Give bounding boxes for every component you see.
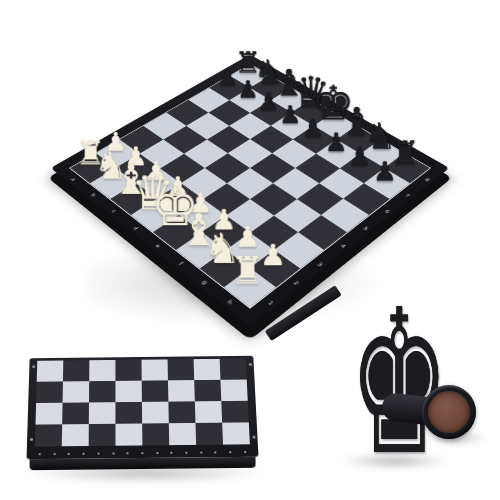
- rank-label: 7: [404, 193, 411, 198]
- folded-grid: [35, 359, 250, 447]
- edge-mark: [127, 452, 129, 454]
- rank-label: 1: [267, 300, 275, 306]
- folded-square: [220, 380, 247, 402]
- folded-square: [37, 361, 64, 382]
- rank-label: 3: [316, 261, 324, 267]
- folded-square: [141, 359, 167, 380]
- folded-square: [35, 403, 62, 425]
- edge-mark: [200, 451, 202, 453]
- folded-square: [89, 424, 116, 446]
- piece-detail: ♚: [330, 285, 495, 485]
- edge-mark: [171, 451, 173, 453]
- folded-square: [222, 422, 250, 444]
- edge-mark: [39, 453, 41, 455]
- folded-square: [142, 402, 169, 424]
- folded-square: [168, 359, 195, 380]
- folded-square: [142, 380, 169, 402]
- folded-square: [115, 423, 142, 445]
- file-label: a: [70, 177, 77, 182]
- file-label: h: [226, 299, 234, 305]
- file-label: d: [132, 225, 140, 230]
- file-label: c: [111, 209, 118, 214]
- rank-label: 4: [339, 243, 346, 249]
- rank-label: 2: [292, 280, 300, 286]
- rank-label: 5: [362, 226, 369, 231]
- folded-square: [195, 423, 223, 445]
- folded-square: [168, 401, 195, 423]
- folded-square: [63, 381, 90, 403]
- folded-square: [63, 360, 89, 381]
- rank-label: 8: [424, 177, 431, 182]
- folded-square: [195, 401, 222, 423]
- folded-square: [142, 423, 169, 445]
- file-label: e: [154, 243, 162, 248]
- folded-square: [89, 381, 115, 403]
- edge-mark: [112, 452, 114, 454]
- folded-board-top: [27, 356, 259, 459]
- edge-mark: [68, 452, 70, 454]
- folded-square: [89, 402, 116, 424]
- folded-square: [62, 424, 89, 446]
- rank-label: 6: [383, 209, 390, 214]
- folded-square: [221, 401, 249, 423]
- folded-square: [115, 381, 141, 403]
- folded-edge-marks: [39, 451, 247, 455]
- edge-mark: [185, 451, 187, 453]
- edge-mark: [83, 452, 85, 454]
- edge-mark: [156, 452, 158, 454]
- folded-square: [35, 424, 62, 446]
- edge-mark: [97, 452, 99, 454]
- edge-mark: [53, 453, 55, 455]
- folded-square: [194, 380, 221, 402]
- folded-square: [169, 423, 196, 445]
- black-king-piece: ♚: [349, 297, 433, 469]
- edge-mark: [215, 451, 217, 453]
- folded-square: [115, 402, 142, 424]
- folded-square: [115, 360, 141, 381]
- folded-square: [89, 360, 115, 381]
- folded-square: [62, 402, 89, 424]
- piece-white-rook: ♜: [218, 251, 278, 289]
- file-label: g: [201, 279, 209, 285]
- product-photo: ♜♞♝♛♚♝♞♜♟♟♟♟♟♟♟♟♟♟♟♟♟♟♟♟♜♞♝♛♚♝♞♜ abcdefg…: [0, 0, 500, 500]
- folded-square: [36, 381, 63, 403]
- file-label: b: [90, 193, 97, 198]
- folded-square: [168, 380, 195, 402]
- file-label: f: [178, 261, 185, 266]
- folded-board-shadow: [20, 462, 270, 484]
- folded-square: [194, 359, 221, 380]
- edge-mark: [229, 451, 231, 453]
- folded-square: [220, 359, 247, 380]
- piece-black-pawn: ♟: [359, 158, 412, 185]
- edge-mark: [244, 451, 246, 453]
- folded-board: [25, 349, 258, 470]
- magnetic-felt-base: [422, 385, 476, 439]
- edge-mark: [141, 452, 143, 454]
